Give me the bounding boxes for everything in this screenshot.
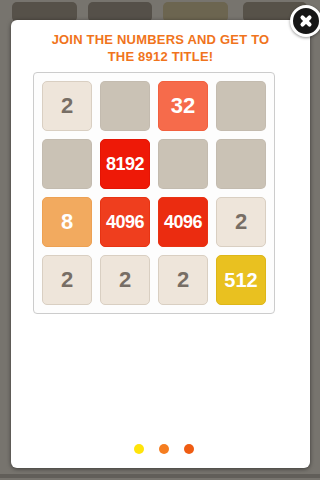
close-button[interactable] — [290, 5, 320, 37]
page-dot-2[interactable] — [159, 444, 169, 454]
empty-cell — [100, 81, 150, 131]
tile-32: 32 — [158, 81, 208, 131]
tile-8192: 8192 — [100, 139, 150, 189]
tile-2: 2 — [158, 255, 208, 305]
empty-cell — [216, 81, 266, 131]
empty-cell — [216, 139, 266, 189]
tile-4096: 4096 — [100, 197, 150, 247]
board-grid: 23281928409640962222512 — [33, 72, 275, 314]
background-board-tile — [163, 2, 228, 22]
tile-512: 512 — [216, 255, 266, 305]
page-dot-3[interactable] — [184, 444, 194, 454]
background-board-tile — [12, 2, 77, 22]
modal-title: JOIN THE NUMBERS AND GET TO THE 8912 TIT… — [11, 31, 310, 65]
background-board-tile — [88, 2, 152, 22]
tutorial-modal: JOIN THE NUMBERS AND GET TO THE 8912 TIT… — [11, 20, 310, 468]
page-dot-1[interactable] — [134, 444, 144, 454]
tile-2: 2 — [42, 255, 92, 305]
empty-cell — [42, 139, 92, 189]
modal-title-line2: THE 8912 TITLE! — [11, 48, 310, 65]
empty-cell — [158, 139, 208, 189]
tile-4096: 4096 — [158, 197, 208, 247]
tile-2: 2 — [100, 255, 150, 305]
modal-title-line1: JOIN THE NUMBERS AND GET TO — [11, 31, 310, 48]
page-dots — [134, 444, 194, 454]
tile-2: 2 — [216, 197, 266, 247]
tile-2: 2 — [42, 81, 92, 131]
tile-8: 8 — [42, 197, 92, 247]
background-board-edge — [0, 474, 320, 478]
